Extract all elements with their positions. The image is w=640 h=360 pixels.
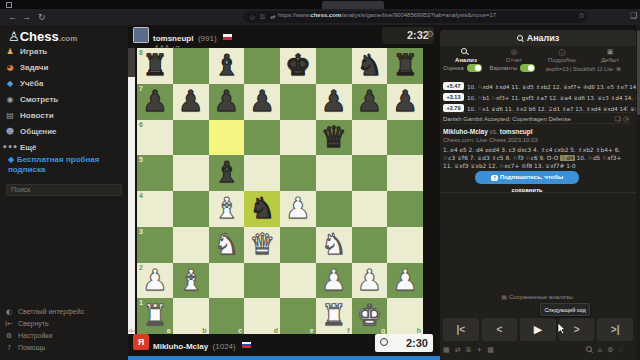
- window-icon: [6, 2, 12, 8]
- rank-label: 3: [139, 228, 143, 235]
- piece-black-knight[interactable]: ♞: [352, 48, 388, 84]
- move-list[interactable]: 1. e4 e5 2. d4 exd4 3. c3 dxc3 4. ♗c4 cx…: [443, 146, 631, 170]
- social-icon: ☻: [0, 124, 20, 140]
- back-icon[interactable]: ←: [8, 9, 17, 25]
- square-e5[interactable]: [280, 155, 316, 191]
- square-e7[interactable]: [280, 84, 316, 120]
- game-event: Chess.com: Live Chess 2023.10.03: [443, 137, 538, 143]
- piece-black-rook[interactable]: ♜: [387, 48, 423, 84]
- square-c3[interactable]: ♞: [209, 227, 245, 263]
- player-bottom-name[interactable]: Mikluho-Mclay: [153, 342, 208, 351]
- file-label: h: [417, 327, 421, 334]
- piece-white-knight[interactable]: ♞: [316, 227, 352, 263]
- board-editor-icon[interactable]: ▩: [487, 346, 494, 354]
- square-e2[interactable]: [280, 263, 316, 299]
- explore-icon[interactable]: [586, 346, 593, 353]
- engine-depth-label: depth=13 | Stockfish 11 Lite⊗: [545, 65, 621, 72]
- eval-number: +5.4: [128, 328, 135, 333]
- sidebar-item-news[interactable]: ▤Новости: [0, 108, 128, 124]
- panel-divider: [440, 192, 636, 193]
- sidebar-item-watch[interactable]: ◉Смотреть: [0, 92, 128, 108]
- square-e3[interactable]: [280, 227, 316, 263]
- white-player-name: Mikluho-Mclay: [443, 128, 488, 135]
- forward-icon[interactable]: →: [22, 9, 31, 25]
- practice-icon[interactable]: ⌂: [598, 346, 602, 354]
- square-f8[interactable]: [316, 48, 352, 84]
- avatar-top[interactable]: [133, 27, 149, 43]
- lines-toggle-label: Варианты: [489, 65, 517, 71]
- browser-tabstrip: [0, 0, 640, 9]
- puzzle-icon: ◕: [0, 60, 20, 76]
- settings-button[interactable]: ⚙Настройки: [0, 330, 128, 342]
- piece-white-pawn[interactable]: ♟: [387, 263, 423, 299]
- monitor-icon: ▤: [501, 293, 507, 300]
- piece-white-knight[interactable]: ♞: [209, 227, 245, 263]
- piece-white-queen[interactable]: ♛: [244, 227, 280, 263]
- square-b2[interactable]: ♝: [173, 263, 209, 299]
- threats-icon[interactable]: ≣: [466, 346, 472, 354]
- flip-board-icon[interactable]: ⇄: [455, 346, 461, 354]
- logo-pawn-icon: ♙: [8, 29, 20, 44]
- square-h3[interactable]: [387, 227, 423, 263]
- play-button[interactable]: ▶: [520, 318, 556, 341]
- player-bottom: Mikluho-Mclay (1024): [153, 335, 251, 353]
- square-f6[interactable]: ♛: [316, 120, 352, 156]
- saved-analyses-link[interactable]: ▤Сохраненные анализы: [443, 293, 631, 300]
- engine-toggle-row: Оценка Варианты depth=13 | Stockfish 11 …: [443, 64, 633, 75]
- piece-black-pawn[interactable]: ♟: [387, 84, 423, 120]
- play-pawn-icon: ♟: [0, 44, 20, 60]
- help-icon: ?: [0, 342, 18, 354]
- square-h8[interactable]: ♜: [387, 48, 423, 84]
- black-player-name: tomsneupl: [500, 128, 533, 135]
- square-h1[interactable]: h: [387, 298, 423, 334]
- eval-badge: +2.79: [443, 104, 464, 112]
- eval-toggle[interactable]: [467, 64, 482, 72]
- flag-russia-icon: [242, 342, 251, 348]
- chevron-down-icon[interactable]: ⌄: [624, 90, 629, 100]
- square-g1[interactable]: g♚: [352, 298, 388, 334]
- piece-white-rook[interactable]: ♜: [137, 298, 173, 334]
- square-h2[interactable]: ♟: [387, 263, 423, 299]
- mouse-cursor: [557, 323, 567, 335]
- square-f1[interactable]: f♜: [316, 298, 352, 334]
- search-input[interactable]: Поиск: [6, 184, 122, 196]
- piece-black-rook[interactable]: ♜: [137, 48, 173, 84]
- player-bottom-rating: (1024): [213, 342, 236, 351]
- square-c8[interactable]: ♝: [209, 48, 245, 84]
- square-d7[interactable]: ♟: [244, 84, 280, 120]
- square-d5[interactable]: [244, 155, 280, 191]
- eval-bar: +5.4: [128, 48, 135, 334]
- copy-icon[interactable]: ❏: [614, 115, 620, 123]
- sidebar-item-puzzles[interactable]: ◕Задачи: [0, 60, 128, 76]
- tab-opening[interactable]: ▣Дебют: [590, 48, 630, 63]
- last-move-button[interactable]: >|: [597, 318, 633, 341]
- browser-active-tab[interactable]: [322, 1, 384, 9]
- square-a8[interactable]: 8♜: [137, 48, 173, 84]
- chart-icon[interactable]: ▦: [443, 346, 450, 354]
- square-g7[interactable]: ♟: [352, 84, 388, 120]
- sidebar-item-more[interactable]: •••Ещё: [0, 140, 128, 156]
- square-g8[interactable]: ♞: [352, 48, 388, 84]
- close-engine-icon[interactable]: ⊗: [616, 66, 621, 72]
- square-a6[interactable]: 6: [137, 120, 173, 156]
- square-a3[interactable]: 3: [137, 227, 173, 263]
- square-e8[interactable]: ♚: [280, 48, 316, 84]
- square-d1[interactable]: d: [244, 298, 280, 334]
- square-f5[interactable]: [316, 155, 352, 191]
- prev-move-button[interactable]: <: [482, 318, 518, 341]
- square-b8[interactable]: [173, 48, 209, 84]
- square-f7[interactable]: ♟: [316, 84, 352, 120]
- square-b5[interactable]: [173, 155, 209, 191]
- square-b1[interactable]: b: [173, 298, 209, 334]
- light-ui-toggle[interactable]: ◐Светлый интерфейс: [0, 306, 128, 318]
- piece-black-pawn[interactable]: ♟: [244, 84, 280, 120]
- chesscom-logo[interactable]: ♙Chess.com: [8, 29, 77, 44]
- square-h4[interactable]: [387, 191, 423, 227]
- file-label: e: [310, 327, 314, 334]
- eval-bar-black: [128, 48, 135, 77]
- game-header: Mikluho-Mclay vs. tomsneupl: [443, 128, 533, 135]
- square-b4[interactable]: [173, 191, 209, 227]
- engine-line-2[interactable]: +3.1310. ♘b1 ♘xf3+ 11. gxf3 ♗a7 12. ♕a4 …: [443, 90, 633, 100]
- opening-name-row[interactable]: Danish Gambit Accepted: Copenhagen Defen…: [443, 112, 631, 124]
- tab-analysis[interactable]: Анализ: [446, 48, 486, 63]
- chat-bubble-icon: ?: [491, 175, 498, 181]
- square-c5[interactable]: ♝: [209, 155, 245, 191]
- info-icon: ⓘ: [542, 48, 582, 57]
- square-h6[interactable]: [387, 120, 423, 156]
- add-icon[interactable]: +: [476, 346, 482, 354]
- square-b6[interactable]: [173, 120, 209, 156]
- free-trial-link[interactable]: ◆ Бесплатная пробная подписка: [8, 155, 120, 175]
- move-navigation: |< < ▶ > >|: [443, 318, 633, 341]
- theme-icon: ◐: [0, 306, 18, 318]
- more-dots-icon: •••: [0, 140, 20, 156]
- news-icon: ▤: [0, 108, 20, 124]
- share-icon[interactable]: ∴: [619, 346, 623, 354]
- square-a5[interactable]: 5: [137, 155, 173, 191]
- rank-label: 4: [139, 192, 143, 199]
- piece-white-pawn[interactable]: ♟: [280, 191, 316, 227]
- watch-icon: ◉: [0, 92, 20, 108]
- url-text[interactable]: https://www.chess.com/analysis/game/live…: [278, 12, 496, 18]
- square-g4[interactable]: [352, 191, 388, 227]
- square-c2[interactable]: [209, 263, 245, 299]
- square-c7[interactable]: ♟: [209, 84, 245, 120]
- engine-line-3[interactable]: +2.7910. ♘e1 ♕d6 11. ♗e2 b6 12. ♖d1 ♗a7 …: [443, 101, 633, 111]
- square-d3[interactable]: ♛: [244, 227, 280, 263]
- piece-white-pawn[interactable]: ♟: [316, 263, 352, 299]
- piece-white-pawn[interactable]: ♟: [137, 263, 173, 299]
- collapse-button[interactable]: Ⅰ←Свернуть: [0, 318, 128, 330]
- piece-black-queen[interactable]: ♛: [316, 120, 352, 156]
- sidebar-item-learn[interactable]: ◆Учёба: [0, 76, 128, 92]
- square-f2[interactable]: ♟: [316, 263, 352, 299]
- diamond-icon: ◆: [8, 155, 17, 164]
- url-domain: chess.com: [310, 12, 341, 18]
- piece-black-pawn[interactable]: ♟: [137, 84, 173, 120]
- square-g5[interactable]: [352, 155, 388, 191]
- square-d2[interactable]: [244, 263, 280, 299]
- engine-line-1[interactable]: +5.4710. ♘xd4 ♗xd4 11. ♕d5 ♗xb2 12. ♕xf7…: [443, 79, 633, 89]
- history-icon[interactable]: ◷: [623, 115, 629, 123]
- first-move-button[interactable]: |<: [443, 318, 479, 341]
- square-d4[interactable]: ♞: [244, 191, 280, 227]
- eval-badge: +5.47: [443, 82, 464, 90]
- gear-icon: ⚙: [0, 330, 18, 342]
- analysis-header: Анализ: [440, 30, 636, 46]
- square-f4[interactable]: [316, 191, 352, 227]
- clock-icon: [380, 338, 388, 346]
- square-f3[interactable]: ♞: [316, 227, 352, 263]
- settings-gear-icon[interactable]: ⚙: [607, 346, 613, 354]
- report-icon: ◎: [494, 48, 534, 57]
- tab-report[interactable]: ◎Отчет: [494, 48, 534, 63]
- help-button[interactable]: ?Помощь: [0, 342, 128, 354]
- square-e4[interactable]: ♟: [280, 191, 316, 227]
- chess-board[interactable]: 8♜♝♚♞♜7♟♟♟♟♟♟♟6♛5♝4♝♞♟3♞♛♞2♟♝♟♟♟1a♜bcdef…: [137, 48, 423, 334]
- learn-icon: ◆: [0, 76, 20, 92]
- flag-poland-icon: [223, 34, 232, 40]
- piece-black-bishop[interactable]: ♝: [209, 48, 245, 84]
- piece-white-king[interactable]: ♚: [352, 298, 388, 334]
- bottom-blue-strip: [128, 356, 440, 360]
- square-e6[interactable]: [280, 120, 316, 156]
- board-tools-row: ▦⇄≣+▩ ⌂⚙∴: [443, 346, 633, 354]
- rank-label: 5: [139, 156, 143, 163]
- next-move-tooltip: Следующий ход: [540, 303, 590, 316]
- bookmark-star-icon[interactable]: ☆: [578, 11, 585, 20]
- sidebar-item-play[interactable]: ♟Играть: [0, 44, 128, 60]
- square-d6[interactable]: [244, 120, 280, 156]
- square-a4[interactable]: 4: [137, 191, 173, 227]
- square-a2[interactable]: 2♟: [137, 263, 173, 299]
- square-a1[interactable]: 1a♜: [137, 298, 173, 334]
- square-h7[interactable]: ♟: [387, 84, 423, 120]
- piece-black-pawn[interactable]: ♟: [316, 84, 352, 120]
- square-g3[interactable]: [352, 227, 388, 263]
- file-label: b: [202, 327, 206, 334]
- piece-black-pawn[interactable]: ♟: [173, 84, 209, 120]
- rank-label: 6: [139, 121, 143, 128]
- current-move[interactable]: ♘d4: [560, 155, 575, 161]
- piece-black-pawn[interactable]: ♟: [352, 84, 388, 120]
- square-g6[interactable]: [352, 120, 388, 156]
- square-g2[interactable]: ♟: [352, 263, 388, 299]
- search-icon: [517, 35, 524, 42]
- site-security-icons[interactable]: ◇ ⚿ ⇄: [250, 13, 278, 21]
- piece-black-pawn[interactable]: ♟: [209, 84, 245, 120]
- eval-badge: +3.13: [443, 93, 464, 101]
- board-settings-gear-icon[interactable]: ⚙: [426, 29, 434, 39]
- reload-icon[interactable]: ↻: [38, 9, 46, 25]
- book-icon: ▣: [590, 48, 630, 57]
- avatar-bottom[interactable]: Я: [133, 334, 149, 350]
- square-c6[interactable]: [209, 120, 245, 156]
- square-c1[interactable]: c: [209, 298, 245, 334]
- square-h5[interactable]: [387, 155, 423, 191]
- file-label: c: [238, 327, 242, 334]
- clock-bottom: 2:30: [375, 334, 433, 352]
- chevron-down-icon[interactable]: ⌄: [624, 101, 629, 111]
- piece-white-rook[interactable]: ♜: [316, 298, 352, 334]
- square-b7[interactable]: ♟: [173, 84, 209, 120]
- piece-black-king[interactable]: ♚: [280, 48, 316, 84]
- piece-white-bishop[interactable]: ♝: [209, 191, 245, 227]
- square-b3[interactable]: [173, 227, 209, 263]
- lines-toggle[interactable]: [520, 64, 535, 72]
- square-d8[interactable]: [244, 48, 280, 84]
- subscribe-button[interactable]: ?Подпишитесь, чтобы сохранить: [475, 171, 579, 184]
- piece-black-bishop[interactable]: ♝: [209, 155, 245, 191]
- chevron-down-icon[interactable]: ⌄: [624, 79, 629, 89]
- extension-icon[interactable]: ❏: [630, 11, 637, 20]
- sidebar-item-social[interactable]: ☻Общение: [0, 124, 128, 140]
- analysis-tab-icon: [461, 48, 468, 57]
- square-e1[interactable]: e: [280, 298, 316, 334]
- square-a7[interactable]: 7♟: [137, 84, 173, 120]
- file-label: d: [274, 327, 278, 334]
- collapse-icon: Ⅰ←: [0, 318, 18, 330]
- game-result: 1-0: [566, 163, 575, 169]
- tab-details[interactable]: ⓘПодробно: [542, 48, 582, 63]
- eval-toggle-label: Оценка: [443, 65, 464, 71]
- piece-white-pawn[interactable]: ♟: [352, 263, 388, 299]
- piece-black-knight[interactable]: ♞: [244, 191, 280, 227]
- square-c4[interactable]: ♝: [209, 191, 245, 227]
- piece-white-bishop[interactable]: ♝: [173, 263, 209, 299]
- player-top-rating: (991): [198, 34, 217, 43]
